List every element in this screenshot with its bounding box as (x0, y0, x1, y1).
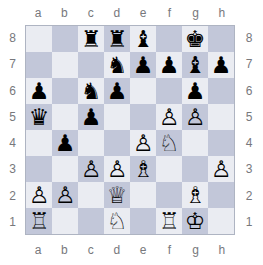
square-a8[interactable] (26, 26, 52, 52)
square-g3[interactable] (182, 156, 208, 182)
white-pawn-d3: ♙ (107, 156, 128, 182)
square-g4[interactable] (182, 130, 208, 156)
black-pawn-f7: ♟ (159, 52, 180, 78)
rank-label-4: 4 (235, 136, 263, 150)
square-a6[interactable]: ♟ (26, 78, 52, 104)
rank-label-2: 2 (0, 189, 25, 203)
file-label-d: d (104, 243, 130, 257)
white-rook-f1: ♖ (159, 208, 180, 234)
white-pawn-e4: ♙ (133, 130, 154, 156)
black-rook-c8: ♜ (81, 26, 102, 52)
square-b1[interactable] (52, 208, 78, 234)
black-pawn-c5: ♟ (81, 104, 102, 130)
square-d4[interactable] (104, 130, 130, 156)
rank-label-6: 6 (235, 84, 263, 98)
square-g2[interactable]: ♗ (182, 182, 208, 208)
square-f2[interactable] (156, 182, 182, 208)
white-pawn-g5: ♙ (185, 104, 206, 130)
square-a1[interactable]: ♖ (26, 208, 52, 234)
square-c8[interactable]: ♜ (78, 26, 104, 52)
rank-label-7: 7 (235, 57, 263, 71)
file-label-f: f (156, 243, 182, 257)
chess-diagram: abcdefgh 87654321 ♜♜♝♚♞♟♟♝♟♟♞♟♟♛♟♙♙♟♙♘♙♙… (0, 0, 263, 265)
square-h8[interactable] (208, 26, 234, 52)
corner-top-right (235, 0, 263, 25)
file-label-c: c (78, 6, 104, 20)
black-rook-d8: ♜ (107, 26, 128, 52)
rank-label-8: 8 (235, 31, 263, 45)
square-c3[interactable]: ♙ (78, 156, 104, 182)
square-h5[interactable] (208, 104, 234, 130)
rank-label-2: 2 (235, 189, 263, 203)
white-pawn-c3: ♙ (81, 156, 102, 182)
white-queen-d2: ♕ (107, 182, 128, 208)
file-label-e: e (130, 243, 156, 257)
white-knight-f4: ♘ (159, 130, 180, 156)
rank-label-4: 4 (0, 136, 25, 150)
rank-label-7: 7 (0, 57, 25, 71)
rank-labels-left: 87654321 (0, 25, 25, 235)
square-g1[interactable]: ♔ (182, 208, 208, 234)
rank-label-5: 5 (0, 110, 25, 124)
corner-bottom-left (0, 235, 25, 265)
square-b5[interactable] (52, 104, 78, 130)
rank-label-6: 6 (0, 84, 25, 98)
square-d6[interactable]: ♟ (104, 78, 130, 104)
white-pawn-f5: ♙ (159, 104, 180, 130)
square-e4[interactable]: ♙ (130, 130, 156, 156)
black-queen-a5: ♛ (29, 104, 50, 130)
square-b4[interactable]: ♟ (52, 130, 78, 156)
black-king-g8: ♚ (185, 26, 206, 52)
square-c7[interactable] (78, 52, 104, 78)
file-label-d: d (104, 6, 130, 20)
rank-labels-right: 87654321 (235, 25, 263, 235)
square-a7[interactable] (26, 52, 52, 78)
square-g6[interactable]: ♟ (182, 78, 208, 104)
white-king-g1: ♔ (185, 208, 206, 234)
square-c4[interactable] (78, 130, 104, 156)
square-e7[interactable]: ♟ (130, 52, 156, 78)
black-pawn-b4: ♟ (55, 130, 76, 156)
black-pawn-e7: ♟ (133, 52, 154, 78)
white-pawn-a2: ♙ (29, 182, 50, 208)
square-b7[interactable] (52, 52, 78, 78)
rank-label-1: 1 (0, 215, 25, 229)
square-b2[interactable]: ♙ (52, 182, 78, 208)
white-bishop-g2: ♗ (185, 182, 206, 208)
square-f5[interactable]: ♙ (156, 104, 182, 130)
black-bishop-g7: ♝ (185, 52, 206, 78)
square-a2[interactable]: ♙ (26, 182, 52, 208)
corner-bottom-right (235, 235, 263, 265)
file-label-g: g (183, 6, 209, 20)
black-knight-c6: ♞ (81, 78, 102, 104)
rank-label-5: 5 (235, 110, 263, 124)
rank-label-1: 1 (235, 215, 263, 229)
square-f7[interactable]: ♟ (156, 52, 182, 78)
white-bishop-e3: ♗ (133, 156, 154, 182)
white-pawn-b2: ♙ (55, 182, 76, 208)
square-e3[interactable]: ♗ (130, 156, 156, 182)
square-b8[interactable] (52, 26, 78, 52)
square-f6[interactable] (156, 78, 182, 104)
file-label-f: f (156, 6, 182, 20)
square-e6[interactable] (130, 78, 156, 104)
square-h7[interactable]: ♟ (208, 52, 234, 78)
square-h2[interactable] (208, 182, 234, 208)
file-label-b: b (51, 243, 77, 257)
file-label-a: a (25, 243, 51, 257)
square-h4[interactable] (208, 130, 234, 156)
square-g8[interactable]: ♚ (182, 26, 208, 52)
square-f3[interactable] (156, 156, 182, 182)
square-d2[interactable]: ♕ (104, 182, 130, 208)
corner-top-left (0, 0, 25, 25)
square-c6[interactable]: ♞ (78, 78, 104, 104)
file-label-b: b (51, 6, 77, 20)
file-label-g: g (183, 243, 209, 257)
square-f8[interactable] (156, 26, 182, 52)
black-pawn-a6: ♟ (29, 78, 50, 104)
file-labels-bottom: abcdefgh (25, 235, 235, 265)
white-pawn-h3: ♙ (211, 156, 232, 182)
black-bishop-e8: ♝ (133, 26, 154, 52)
square-c1[interactable] (78, 208, 104, 234)
file-label-h: h (209, 243, 235, 257)
square-d3[interactable]: ♙ (104, 156, 130, 182)
chess-board: ♜♜♝♚♞♟♟♝♟♟♞♟♟♛♟♙♙♟♙♘♙♙♗♙♙♙♕♗♖♘♖♔ (25, 25, 235, 235)
square-c5[interactable]: ♟ (78, 104, 104, 130)
square-a5[interactable]: ♛ (26, 104, 52, 130)
square-f1[interactable]: ♖ (156, 208, 182, 234)
square-e2[interactable] (130, 182, 156, 208)
square-d7[interactable]: ♞ (104, 52, 130, 78)
file-label-c: c (78, 243, 104, 257)
square-b3[interactable] (52, 156, 78, 182)
file-label-a: a (25, 6, 51, 20)
square-h3[interactable]: ♙ (208, 156, 234, 182)
file-label-e: e (130, 6, 156, 20)
black-pawn-g6: ♟ (185, 78, 206, 104)
square-a3[interactable] (26, 156, 52, 182)
square-f4[interactable]: ♘ (156, 130, 182, 156)
rank-label-8: 8 (0, 31, 25, 45)
square-h6[interactable] (208, 78, 234, 104)
square-e5[interactable] (130, 104, 156, 130)
black-knight-d7: ♞ (107, 52, 128, 78)
file-labels-top: abcdefgh (25, 0, 235, 25)
square-e8[interactable]: ♝ (130, 26, 156, 52)
square-g7[interactable]: ♝ (182, 52, 208, 78)
rank-label-3: 3 (0, 162, 25, 176)
white-rook-a1: ♖ (29, 208, 50, 234)
square-a4[interactable] (26, 130, 52, 156)
square-d8[interactable]: ♜ (104, 26, 130, 52)
square-c2[interactable] (78, 182, 104, 208)
square-d5[interactable] (104, 104, 130, 130)
black-pawn-d6: ♟ (107, 78, 128, 104)
square-e1[interactable] (130, 208, 156, 234)
square-g5[interactable]: ♙ (182, 104, 208, 130)
square-d1[interactable]: ♘ (104, 208, 130, 234)
rank-label-3: 3 (235, 162, 263, 176)
file-label-h: h (209, 6, 235, 20)
white-knight-d1: ♘ (107, 208, 128, 234)
black-pawn-h7: ♟ (211, 52, 232, 78)
square-b6[interactable] (52, 78, 78, 104)
square-h1[interactable] (208, 208, 234, 234)
